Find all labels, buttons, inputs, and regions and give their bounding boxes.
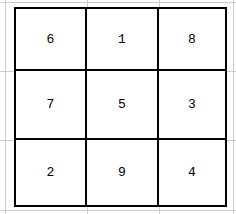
cell-r1c2: 1 <box>87 9 159 71</box>
background-gridline-vertical-right <box>233 0 234 214</box>
cell-r3c3: 4 <box>159 140 225 205</box>
background-gridline-stub <box>0 71 14 72</box>
magic-square-board: 6 1 8 7 5 3 2 9 4 <box>14 7 227 207</box>
background-gridline-vertical-left <box>5 0 6 214</box>
background-gridline-stub <box>227 71 236 72</box>
cell-r2c2: 5 <box>87 71 159 140</box>
cell-r1c1: 6 <box>16 9 87 71</box>
cell-r2c1: 7 <box>16 71 87 140</box>
background-gridline-stub <box>159 207 160 214</box>
cell-r1c3: 8 <box>159 9 225 71</box>
background-gridline-horizontal-top <box>0 2 236 3</box>
cell-r2c3: 3 <box>159 71 225 140</box>
background-gridline-stub <box>227 140 236 141</box>
background-gridline-stub <box>87 0 88 7</box>
page-canvas: 6 1 8 7 5 3 2 9 4 <box>0 0 236 214</box>
background-gridline-stub <box>0 140 14 141</box>
background-gridline-stub <box>87 207 88 214</box>
background-gridline-stub <box>159 0 160 7</box>
cell-r3c2: 9 <box>87 140 159 205</box>
background-gridline-horizontal-bottom <box>0 210 236 211</box>
cell-r3c1: 2 <box>16 140 87 205</box>
